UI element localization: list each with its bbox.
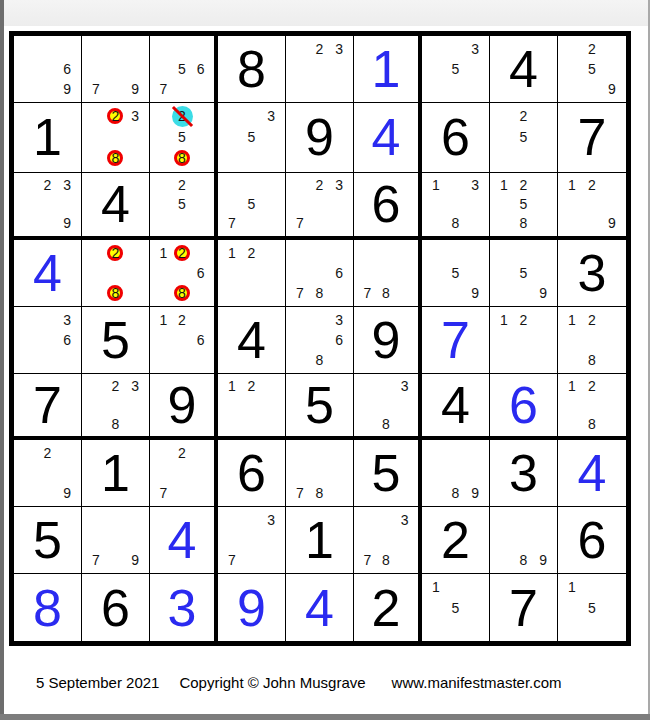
solved-digit-black: 7 — [14, 374, 81, 437]
cell-r4c5[interactable]: 678 — [286, 240, 354, 307]
cell-r6c3[interactable]: 9 — [150, 374, 218, 441]
candidate-mark[interactable]: 6 — [57, 330, 77, 350]
candidate-grid: 678 — [286, 240, 353, 306]
solved-digit-black: 2 — [354, 574, 418, 641]
solved-digit-black: 3 — [490, 440, 557, 506]
candidate-grid: 238 — [82, 103, 149, 172]
candidate-grid: 239 — [14, 173, 81, 236]
candidate-mark[interactable]: 6 — [191, 263, 210, 283]
candidate-mark[interactable]: 5 — [446, 263, 466, 283]
candidate-mark[interactable]: 3 — [57, 310, 77, 330]
candidate-mark[interactable]: 2 — [582, 310, 602, 330]
cell-r4c6[interactable]: 78 — [354, 240, 422, 307]
cell-r7c8[interactable]: 3 — [490, 440, 558, 507]
candidate-mark[interactable]: 9 — [465, 483, 485, 503]
solved-digit-blue: 8 — [14, 574, 81, 641]
solved-digit-black: 1 — [14, 103, 81, 172]
solved-digit-black: 6 — [82, 574, 149, 641]
solved-digit-black: 5 — [14, 507, 81, 573]
cell-r7c1[interactable]: 29 — [14, 440, 82, 507]
candidate-mark[interactable]: 8 — [446, 483, 466, 503]
cell-r9c2[interactable]: 6 — [82, 574, 150, 641]
candidate-grid: 129 — [558, 173, 626, 236]
candidate-grid: 78 — [354, 240, 418, 306]
candidate-mark[interactable]: 3 — [329, 176, 349, 195]
cell-r8c1[interactable]: 5 — [14, 507, 82, 574]
candidate-mark[interactable]: 3 — [395, 377, 414, 396]
candidate-mark[interactable]: 8 — [377, 550, 396, 570]
candidate-mark[interactable]: 7 — [290, 214, 310, 233]
candidate-mark[interactable]: 8 — [446, 214, 466, 233]
cell-r9c7[interactable]: 15 — [422, 574, 490, 641]
candidate-grid: 23 — [286, 36, 353, 102]
cell-r3c5[interactable]: 237 — [286, 173, 354, 240]
candidate-grid: 258 — [150, 103, 214, 172]
cell-r2c4[interactable]: 35 — [218, 103, 286, 173]
solved-digit-black: 4 — [82, 173, 149, 236]
cell-r6c1[interactable]: 7 — [14, 374, 82, 441]
cell-r4c8[interactable]: 59 — [490, 240, 558, 307]
candidate-mark[interactable]: 6 — [191, 59, 210, 79]
footer-copyright: Copyright © John Musgrave — [179, 674, 365, 691]
cell-r4c4[interactable]: 12 — [218, 240, 286, 307]
candidate-grid: 128 — [558, 374, 626, 437]
candidate-grid: 36 — [14, 307, 81, 373]
solved-digit-blue: 7 — [422, 307, 489, 373]
candidate-mark[interactable]: 3 — [261, 510, 281, 530]
candidate-mark[interactable]: 9 — [57, 214, 77, 233]
cell-r1c6[interactable]: 1 — [354, 36, 422, 103]
candidate-mark[interactable]: 3 — [465, 39, 485, 59]
cell-r5c4[interactable]: 4 — [218, 307, 286, 374]
solved-digit-black: 9 — [286, 103, 353, 172]
candidate-grid: 69 — [14, 36, 81, 102]
cell-r5c9[interactable]: 128 — [558, 307, 626, 374]
cell-r7c4[interactable]: 6 — [218, 440, 286, 507]
cell-r3c6[interactable]: 6 — [354, 173, 422, 240]
candidate-mark[interactable]: 8 — [377, 414, 396, 433]
cell-r2c6[interactable]: 4 — [354, 103, 422, 173]
candidate-grid: 25 — [150, 173, 214, 236]
candidate-grid: 37 — [218, 507, 285, 573]
cell-r1c9[interactable]: 259 — [558, 36, 626, 103]
candidate-grid: 237 — [286, 173, 353, 236]
solved-digit-black: 6 — [422, 103, 489, 172]
candidate-mark[interactable]: 3 — [57, 176, 77, 195]
candidate-grid: 78 — [286, 440, 353, 506]
candidate-mark[interactable]: 7 — [86, 79, 106, 99]
solved-digit-blue: 4 — [354, 103, 418, 172]
candidate-grid: 12 — [218, 240, 285, 306]
cell-r5c5[interactable]: 368 — [286, 307, 354, 374]
candidate-mark[interactable]: 8 — [514, 550, 534, 570]
candidate-mark[interactable]: 1 — [562, 377, 582, 396]
candidate-mark[interactable]: 5 — [242, 195, 262, 214]
candidate-mark[interactable]: 2 — [38, 176, 58, 195]
cell-r2c7[interactable]: 6 — [422, 103, 490, 173]
cell-r5c3[interactable]: 126 — [150, 307, 218, 374]
cell-r2c1[interactable]: 1 — [14, 103, 82, 173]
cell-r4c7[interactable]: 59 — [422, 240, 490, 307]
candidate-mark[interactable]: 5 — [173, 195, 192, 214]
solved-digit-black: 1 — [286, 507, 353, 573]
cell-r1c2[interactable]: 79 — [82, 36, 150, 103]
candidate-grid: 1268 — [150, 240, 214, 306]
sudoku-board: 6979567823135425912382583594625723942557… — [9, 31, 631, 646]
candidate-mark[interactable]: 1 — [154, 310, 173, 330]
cell-r6c7[interactable]: 4 — [422, 374, 490, 441]
candidate-grid: 368 — [286, 307, 353, 373]
solved-digit-black: 5 — [354, 440, 418, 506]
footer-text: 5 September 2021Copyright © John Musgrav… — [36, 674, 562, 692]
solved-digit-black: 6 — [218, 440, 285, 506]
candidate-mark[interactable]: 7 — [358, 283, 377, 303]
cell-r8c8[interactable]: 89 — [490, 507, 558, 574]
candidate-mark[interactable]: 7 — [290, 483, 310, 503]
candidate-mark[interactable]: 9 — [57, 483, 77, 503]
candidate-mark[interactable]: 2 — [310, 176, 330, 195]
candidate-grid: 15 — [558, 574, 626, 641]
candidate-mark[interactable]: 6 — [191, 330, 210, 350]
candidate-mark[interactable]: 2 — [514, 176, 534, 195]
candidate-mark[interactable]: 5 — [446, 597, 466, 617]
solved-digit-black: 5 — [82, 307, 149, 373]
candidate-grid: 138 — [422, 173, 489, 236]
candidate-mark[interactable]: 3 — [329, 310, 349, 330]
candidate-chain-circled[interactable]: 8 — [107, 150, 123, 166]
candidate-mark[interactable]: 5 — [582, 59, 602, 79]
candidate-grid: 238 — [82, 374, 149, 437]
cell-r2c8[interactable]: 25 — [490, 103, 558, 173]
cell-r6c4[interactable]: 12 — [218, 374, 286, 441]
candidate-mark[interactable]: 2 — [582, 377, 602, 396]
candidate-grid: 1258 — [490, 173, 557, 236]
candidate-chain-circled[interactable]: 8 — [174, 150, 190, 166]
candidate-mark[interactable]: 1 — [562, 577, 582, 597]
candidate-mark[interactable]: 3 — [261, 106, 281, 127]
candidate-grid: 79 — [82, 507, 149, 573]
candidate-mark[interactable]: 3 — [125, 106, 145, 127]
candidate-mark[interactable]: 3 — [329, 39, 349, 59]
cell-r6c5[interactable]: 5 — [286, 374, 354, 441]
cell-r6c9[interactable]: 128 — [558, 374, 626, 441]
candidate-mark[interactable]: 2 — [582, 176, 602, 195]
cell-r8c4[interactable]: 37 — [218, 507, 286, 574]
candidate-mark[interactable]: 8 — [582, 350, 602, 370]
cell-r5c2[interactable]: 5 — [82, 307, 150, 374]
candidate-grid: 28 — [82, 240, 149, 306]
candidate-mark[interactable]: 1 — [222, 243, 242, 263]
solved-digit-blue: 4 — [286, 574, 353, 641]
candidate-mark[interactable]: 2 — [582, 39, 602, 59]
candidate-mark[interactable]: 9 — [465, 283, 485, 303]
candidate-eliminated[interactable]: 2 — [172, 106, 193, 127]
solved-digit-blue: 4 — [558, 440, 626, 506]
candidate-mark[interactable]: 5 — [173, 59, 192, 79]
cell-r4c2[interactable]: 28 — [82, 240, 150, 307]
candidate-mark[interactable]: 2 — [106, 377, 126, 396]
solved-digit-black: 2 — [422, 507, 489, 573]
cell-r7c9[interactable]: 4 — [558, 440, 626, 507]
solved-digit-black: 4 — [218, 307, 285, 373]
footer-date: 5 September 2021 — [36, 674, 159, 691]
candidate-mark[interactable]: 1 — [426, 577, 446, 597]
solved-digit-black: 7 — [558, 103, 626, 172]
candidate-mark[interactable]: 5 — [514, 263, 534, 283]
cell-r7c7[interactable]: 89 — [422, 440, 490, 507]
cell-r9c4[interactable]: 9 — [218, 574, 286, 641]
candidate-grid: 378 — [354, 507, 418, 573]
candidate-grid: 29 — [14, 440, 81, 506]
cell-r7c6[interactable]: 5 — [354, 440, 422, 507]
candidate-mark[interactable]: 1 — [562, 310, 582, 330]
candidate-grid: 12 — [490, 307, 557, 373]
candidate-mark[interactable]: 9 — [533, 283, 553, 303]
candidate-mark[interactable]: 8 — [310, 483, 330, 503]
cell-r6c2[interactable]: 238 — [82, 374, 150, 441]
candidate-grid: 15 — [422, 574, 489, 641]
candidate-grid: 128 — [558, 307, 626, 373]
solved-digit-black: 6 — [558, 507, 626, 573]
solved-digit-black: 7 — [490, 574, 557, 641]
candidate-mark[interactable]: 1 — [154, 243, 173, 263]
cell-r9c5[interactable]: 4 — [286, 574, 354, 641]
candidate-mark[interactable]: 7 — [222, 550, 242, 570]
cell-r6c8[interactable]: 6 — [490, 374, 558, 441]
solved-digit-black: 4 — [422, 374, 489, 437]
cell-r1c5[interactable]: 23 — [286, 36, 354, 103]
cell-r2c2[interactable]: 238 — [82, 103, 150, 173]
solved-digit-blue: 6 — [490, 374, 557, 437]
cell-r1c3[interactable]: 567 — [150, 36, 218, 103]
solved-digit-black: 9 — [150, 374, 214, 437]
candidate-mark[interactable]: 1 — [494, 176, 514, 195]
candidate-grid: 25 — [490, 103, 557, 172]
candidate-mark[interactable]: 9 — [533, 550, 553, 570]
candidate-chain-circled[interactable]: 2 — [107, 108, 123, 124]
cell-r1c7[interactable]: 35 — [422, 36, 490, 103]
cell-r1c4[interactable]: 8 — [218, 36, 286, 103]
candidate-mark[interactable]: 2 — [173, 310, 192, 330]
solved-digit-blue: 4 — [150, 507, 214, 573]
candidate-mark[interactable]: 8 — [310, 350, 330, 370]
app-window: 6979567823135425912382583594625723942557… — [0, 0, 650, 720]
solved-digit-blue: 9 — [218, 574, 285, 641]
candidate-grid: 89 — [422, 440, 489, 506]
cell-r7c3[interactable]: 27 — [150, 440, 218, 507]
candidate-mark[interactable]: 5 — [514, 127, 534, 148]
cell-r9c3[interactable]: 3 — [150, 574, 218, 641]
cell-r3c7[interactable]: 138 — [422, 173, 490, 240]
candidate-grid: 57 — [218, 173, 285, 236]
candidate-grid: 35 — [422, 36, 489, 102]
cell-r9c1[interactable]: 8 — [14, 574, 82, 641]
candidate-mark[interactable]: 8 — [377, 283, 396, 303]
candidate-grid: 259 — [558, 36, 626, 102]
candidate-mark[interactable]: 8 — [514, 214, 534, 233]
candidate-mark[interactable]: 7 — [222, 214, 242, 233]
candidate-mark[interactable]: 1 — [426, 176, 446, 195]
candidate-mark[interactable]: 7 — [154, 79, 173, 99]
candidate-chain-circled[interactable]: 8 — [107, 285, 123, 301]
candidate-mark[interactable]: 2 — [514, 310, 534, 330]
candidate-mark[interactable]: 2 — [514, 106, 534, 127]
cell-r9c8[interactable]: 7 — [490, 574, 558, 641]
cell-r2c9[interactable]: 7 — [558, 103, 626, 173]
candidate-mark[interactable]: 8 — [582, 414, 602, 433]
candidate-mark[interactable]: 7 — [86, 550, 106, 570]
candidate-mark[interactable]: 1 — [494, 310, 514, 330]
cell-r8c3[interactable]: 4 — [150, 507, 218, 574]
candidate-mark[interactable]: 3 — [465, 176, 485, 195]
cell-r2c3[interactable]: 258 — [150, 103, 218, 173]
candidate-mark[interactable]: 5 — [514, 195, 534, 214]
candidate-grid: 38 — [354, 374, 418, 437]
footer-website[interactable]: www.manifestmaster.com — [392, 674, 562, 691]
cell-r2c5[interactable]: 9 — [286, 103, 354, 173]
cell-r9c9[interactable]: 15 — [558, 574, 626, 641]
solved-digit-blue: 1 — [354, 36, 418, 102]
candidate-mark[interactable]: 5 — [242, 127, 262, 148]
cell-r6c6[interactable]: 38 — [354, 374, 422, 441]
window-edge-left — [0, 0, 4, 720]
solved-digit-blue: 4 — [14, 240, 81, 306]
candidate-mark[interactable]: 9 — [602, 79, 622, 99]
candidate-grid: 89 — [490, 507, 557, 573]
cell-r3c2[interactable]: 4 — [82, 173, 150, 240]
candidate-grid: 12 — [218, 374, 285, 437]
cell-r3c8[interactable]: 1258 — [490, 173, 558, 240]
candidate-grid: 59 — [422, 240, 489, 306]
candidate-mark[interactable]: 2 — [310, 39, 330, 59]
solved-digit-black: 6 — [354, 173, 418, 236]
candidate-mark[interactable]: 3 — [395, 510, 414, 530]
cell-r7c5[interactable]: 78 — [286, 440, 354, 507]
candidate-mark[interactable]: 5 — [582, 597, 602, 617]
window-edge-bottom — [0, 714, 650, 720]
candidate-mark[interactable]: 5 — [172, 127, 193, 148]
candidate-grid: 79 — [82, 36, 149, 102]
candidate-grid: 35 — [218, 103, 285, 172]
solved-digit-black: 1 — [82, 440, 149, 506]
candidate-grid: 27 — [150, 440, 214, 506]
cell-r8c5[interactable]: 1 — [286, 507, 354, 574]
solved-digit-black: 4 — [490, 36, 557, 102]
candidate-mark[interactable]: 8 — [106, 414, 126, 433]
candidate-mark[interactable]: 5 — [446, 59, 466, 79]
solved-digit-blue: 3 — [150, 574, 214, 641]
solved-digit-black: 9 — [354, 307, 418, 373]
cell-r9c6[interactable]: 2 — [354, 574, 422, 641]
candidate-mark[interactable]: 6 — [329, 330, 349, 350]
cell-r5c8[interactable]: 12 — [490, 307, 558, 374]
candidate-mark[interactable]: 2 — [242, 243, 262, 263]
candidate-mark[interactable]: 2 — [173, 176, 192, 195]
cell-r5c7[interactable]: 7 — [422, 307, 490, 374]
candidate-chain-circled[interactable]: 2 — [107, 245, 123, 261]
candidate-mark[interactable]: 1 — [222, 377, 242, 396]
cell-r1c8[interactable]: 4 — [490, 36, 558, 103]
candidate-mark[interactable]: 2 — [173, 443, 192, 463]
candidate-chain-circled[interactable]: 8 — [174, 285, 190, 301]
cell-r1c1[interactable]: 69 — [14, 36, 82, 103]
cell-r3c3[interactable]: 25 — [150, 173, 218, 240]
cell-r3c1[interactable]: 239 — [14, 173, 82, 240]
cell-r8c7[interactable]: 2 — [422, 507, 490, 574]
candidate-mark[interactable]: 1 — [562, 176, 582, 195]
candidate-mark[interactable]: 7 — [358, 550, 377, 570]
candidate-grid: 59 — [490, 240, 557, 306]
candidate-grid: 567 — [150, 36, 214, 102]
solved-digit-black: 5 — [286, 374, 353, 437]
cell-r5c1[interactable]: 36 — [14, 307, 82, 374]
cell-r8c9[interactable]: 6 — [558, 507, 626, 574]
cell-r4c1[interactable]: 4 — [14, 240, 82, 307]
candidate-mark[interactable]: 8 — [310, 283, 330, 303]
candidate-mark[interactable]: 2 — [38, 443, 58, 463]
cell-r8c2[interactable]: 79 — [82, 507, 150, 574]
cell-r4c3[interactable]: 1268 — [150, 240, 218, 307]
cell-r8c6[interactable]: 378 — [354, 507, 422, 574]
candidate-mark[interactable]: 7 — [290, 283, 310, 303]
candidate-mark[interactable]: 9 — [602, 214, 622, 233]
candidate-mark[interactable]: 9 — [57, 79, 77, 99]
window-titlebar — [4, 0, 648, 26]
candidate-chain-circled[interactable]: 2 — [174, 245, 190, 261]
candidate-mark[interactable]: 9 — [125, 550, 145, 570]
solved-digit-black: 8 — [218, 36, 285, 102]
cell-r4c9[interactable]: 3 — [558, 240, 626, 307]
candidate-grid: 126 — [150, 307, 214, 373]
candidate-mark[interactable]: 2 — [242, 377, 262, 396]
candidate-mark[interactable]: 6 — [329, 263, 349, 283]
cell-r5c6[interactable]: 9 — [354, 307, 422, 374]
candidate-mark[interactable]: 6 — [57, 59, 77, 79]
cell-r3c9[interactable]: 129 — [558, 173, 626, 240]
candidate-mark[interactable]: 9 — [125, 79, 145, 99]
solved-digit-black: 3 — [558, 240, 626, 306]
cell-r3c4[interactable]: 57 — [218, 173, 286, 240]
cell-r7c2[interactable]: 1 — [82, 440, 150, 507]
candidate-mark[interactable]: 7 — [154, 483, 173, 503]
candidate-mark[interactable]: 3 — [125, 377, 145, 396]
